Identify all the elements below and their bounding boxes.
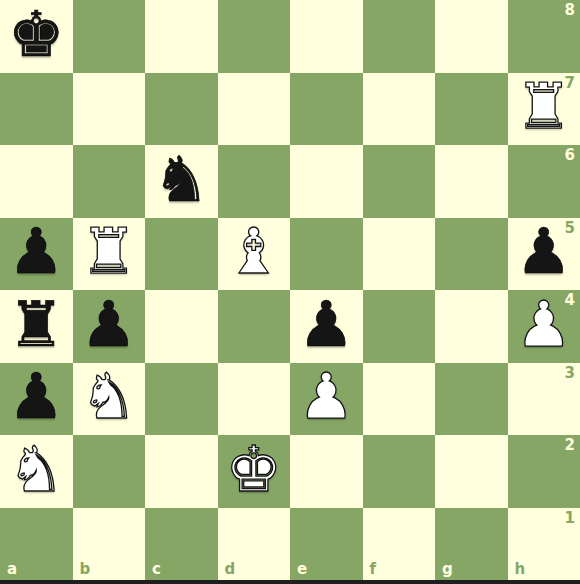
square-d1[interactable]: d — [218, 508, 291, 581]
page-background-strip — [0, 580, 580, 584]
square-a1[interactable]: a — [0, 508, 73, 581]
square-b5[interactable]: ♜ — [73, 218, 146, 291]
square-c7[interactable] — [145, 73, 218, 146]
piece-black-pawn[interactable]: ♟ — [8, 365, 64, 428]
square-d6[interactable] — [218, 145, 291, 218]
square-d3[interactable] — [218, 363, 291, 436]
square-h7[interactable]: ♜7 — [508, 73, 580, 146]
square-e1[interactable]: e — [290, 508, 363, 581]
square-f2[interactable] — [363, 435, 436, 508]
square-h8[interactable]: 8 — [508, 0, 580, 73]
square-b1[interactable]: b — [73, 508, 146, 581]
file-label-g: g — [442, 562, 453, 577]
square-c8[interactable] — [145, 0, 218, 73]
square-e8[interactable] — [290, 0, 363, 73]
file-label-a: a — [7, 562, 17, 577]
square-c5[interactable] — [145, 218, 218, 291]
square-f5[interactable] — [363, 218, 436, 291]
square-g3[interactable] — [435, 363, 508, 436]
square-h6[interactable]: 6 — [508, 145, 580, 218]
square-h1[interactable]: 1h — [508, 508, 580, 581]
square-f8[interactable] — [363, 0, 436, 73]
piece-black-rook[interactable]: ♜ — [8, 293, 64, 356]
square-f3[interactable] — [363, 363, 436, 436]
square-a6[interactable] — [0, 145, 73, 218]
file-label-c: c — [152, 562, 161, 577]
square-e7[interactable] — [290, 73, 363, 146]
rank-label-8: 8 — [565, 3, 575, 18]
file-label-f: f — [370, 562, 377, 577]
file-label-d: d — [225, 562, 236, 577]
square-f6[interactable] — [363, 145, 436, 218]
square-b4[interactable]: ♟ — [73, 290, 146, 363]
square-b6[interactable] — [73, 145, 146, 218]
square-c1[interactable]: c — [145, 508, 218, 581]
piece-black-pawn[interactable]: ♟ — [516, 220, 572, 283]
square-g7[interactable] — [435, 73, 508, 146]
square-f4[interactable] — [363, 290, 436, 363]
square-g6[interactable] — [435, 145, 508, 218]
square-e6[interactable] — [290, 145, 363, 218]
square-a2[interactable]: ♞ — [0, 435, 73, 508]
square-d7[interactable] — [218, 73, 291, 146]
square-c4[interactable] — [145, 290, 218, 363]
square-c3[interactable] — [145, 363, 218, 436]
file-label-b: b — [80, 562, 91, 577]
square-e4[interactable]: ♟ — [290, 290, 363, 363]
square-h3[interactable]: 3 — [508, 363, 580, 436]
square-a8[interactable]: ♚ — [0, 0, 73, 73]
square-g4[interactable] — [435, 290, 508, 363]
square-e5[interactable] — [290, 218, 363, 291]
square-f1[interactable]: f — [363, 508, 436, 581]
square-d8[interactable] — [218, 0, 291, 73]
piece-white-knight[interactable]: ♞ — [81, 365, 137, 428]
square-d2[interactable]: ♚ — [218, 435, 291, 508]
square-h2[interactable]: 2 — [508, 435, 580, 508]
square-e2[interactable] — [290, 435, 363, 508]
square-b7[interactable] — [73, 73, 146, 146]
square-a5[interactable]: ♟ — [0, 218, 73, 291]
piece-black-pawn[interactable]: ♟ — [81, 293, 137, 356]
square-a3[interactable]: ♟ — [0, 363, 73, 436]
square-g8[interactable] — [435, 0, 508, 73]
file-label-e: e — [297, 562, 307, 577]
square-g2[interactable] — [435, 435, 508, 508]
square-b8[interactable] — [73, 0, 146, 73]
piece-white-king[interactable]: ♚ — [226, 438, 282, 501]
square-a7[interactable] — [0, 73, 73, 146]
square-h4[interactable]: ♟4 — [508, 290, 580, 363]
piece-black-king[interactable]: ♚ — [8, 3, 64, 66]
square-d4[interactable] — [218, 290, 291, 363]
square-g5[interactable] — [435, 218, 508, 291]
piece-white-pawn[interactable]: ♟ — [298, 365, 354, 428]
piece-white-rook[interactable]: ♜ — [81, 220, 137, 283]
piece-white-rook[interactable]: ♜ — [516, 75, 572, 138]
square-e3[interactable]: ♟ — [290, 363, 363, 436]
piece-black-pawn[interactable]: ♟ — [8, 220, 64, 283]
rank-label-1: 1 — [565, 511, 575, 526]
square-h5[interactable]: ♟5 — [508, 218, 580, 291]
chess-board[interactable]: ♚8♜7♞6♟♜♝♟5♜♟♟♟4♟♞♟3♞♚2abcdefg1h — [0, 0, 580, 580]
square-g1[interactable]: g — [435, 508, 508, 581]
square-a4[interactable]: ♜ — [0, 290, 73, 363]
piece-white-knight[interactable]: ♞ — [8, 438, 64, 501]
file-label-h: h — [515, 562, 526, 577]
square-c6[interactable]: ♞ — [145, 145, 218, 218]
square-d5[interactable]: ♝ — [218, 218, 291, 291]
piece-white-pawn[interactable]: ♟ — [516, 293, 572, 356]
square-f7[interactable] — [363, 73, 436, 146]
piece-white-bishop[interactable]: ♝ — [226, 220, 282, 283]
rank-label-2: 2 — [565, 438, 575, 453]
chess-page: ♚8♜7♞6♟♜♝♟5♜♟♟♟4♟♞♟3♞♚2abcdefg1h — [0, 0, 580, 584]
rank-label-6: 6 — [565, 148, 575, 163]
piece-black-knight[interactable]: ♞ — [153, 148, 209, 211]
piece-black-pawn[interactable]: ♟ — [298, 293, 354, 356]
square-b3[interactable]: ♞ — [73, 363, 146, 436]
square-b2[interactable] — [73, 435, 146, 508]
square-c2[interactable] — [145, 435, 218, 508]
rank-label-3: 3 — [565, 366, 575, 381]
